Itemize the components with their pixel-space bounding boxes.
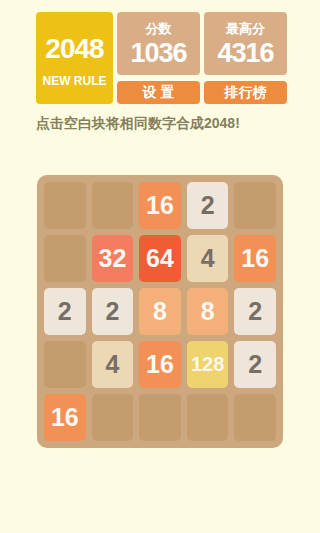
settings-button[interactable]: 设 置 bbox=[117, 81, 200, 104]
cell-empty[interactable] bbox=[234, 394, 276, 441]
tile-2[interactable]: 2 bbox=[234, 288, 276, 335]
logo-box: 2048 NEW RULE bbox=[36, 12, 113, 104]
logo-title: 2048 bbox=[45, 34, 103, 65]
tile-16[interactable]: 16 bbox=[44, 394, 86, 441]
score-label: 分数 bbox=[146, 20, 172, 38]
tile-2[interactable]: 2 bbox=[234, 341, 276, 388]
cell-empty[interactable] bbox=[92, 394, 134, 441]
cell-empty[interactable] bbox=[139, 394, 181, 441]
best-score-value: 4316 bbox=[217, 40, 273, 67]
cell-empty[interactable] bbox=[92, 182, 134, 229]
cell-empty[interactable] bbox=[44, 341, 86, 388]
tile-16[interactable]: 16 bbox=[139, 341, 181, 388]
tile-2[interactable]: 2 bbox=[187, 182, 229, 229]
tile-8[interactable]: 8 bbox=[187, 288, 229, 335]
cell-empty[interactable] bbox=[234, 182, 276, 229]
tile-4[interactable]: 4 bbox=[92, 341, 134, 388]
game-board: 162326441622882416128216 bbox=[37, 175, 283, 448]
tile-2[interactable]: 2 bbox=[92, 288, 134, 335]
tile-16[interactable]: 16 bbox=[234, 235, 276, 282]
tile-128[interactable]: 128 bbox=[187, 341, 229, 388]
tile-8[interactable]: 8 bbox=[139, 288, 181, 335]
instruction-text: 点击空白块将相同数字合成2048! bbox=[36, 115, 296, 133]
tile-4[interactable]: 4 bbox=[187, 235, 229, 282]
score-value: 1036 bbox=[130, 40, 186, 67]
tile-64[interactable]: 64 bbox=[139, 235, 181, 282]
tile-2[interactable]: 2 bbox=[44, 288, 86, 335]
cell-empty[interactable] bbox=[44, 235, 86, 282]
cell-empty[interactable] bbox=[187, 394, 229, 441]
tile-32[interactable]: 32 bbox=[92, 235, 134, 282]
tile-16[interactable]: 16 bbox=[139, 182, 181, 229]
cell-empty[interactable] bbox=[44, 182, 86, 229]
score-box: 分数 1036 bbox=[117, 12, 200, 75]
best-score-box: 最高分 4316 bbox=[204, 12, 287, 75]
logo-subtitle: NEW RULE bbox=[43, 74, 107, 88]
best-score-label: 最高分 bbox=[226, 20, 265, 38]
leaderboard-button[interactable]: 排行榜 bbox=[204, 81, 287, 104]
